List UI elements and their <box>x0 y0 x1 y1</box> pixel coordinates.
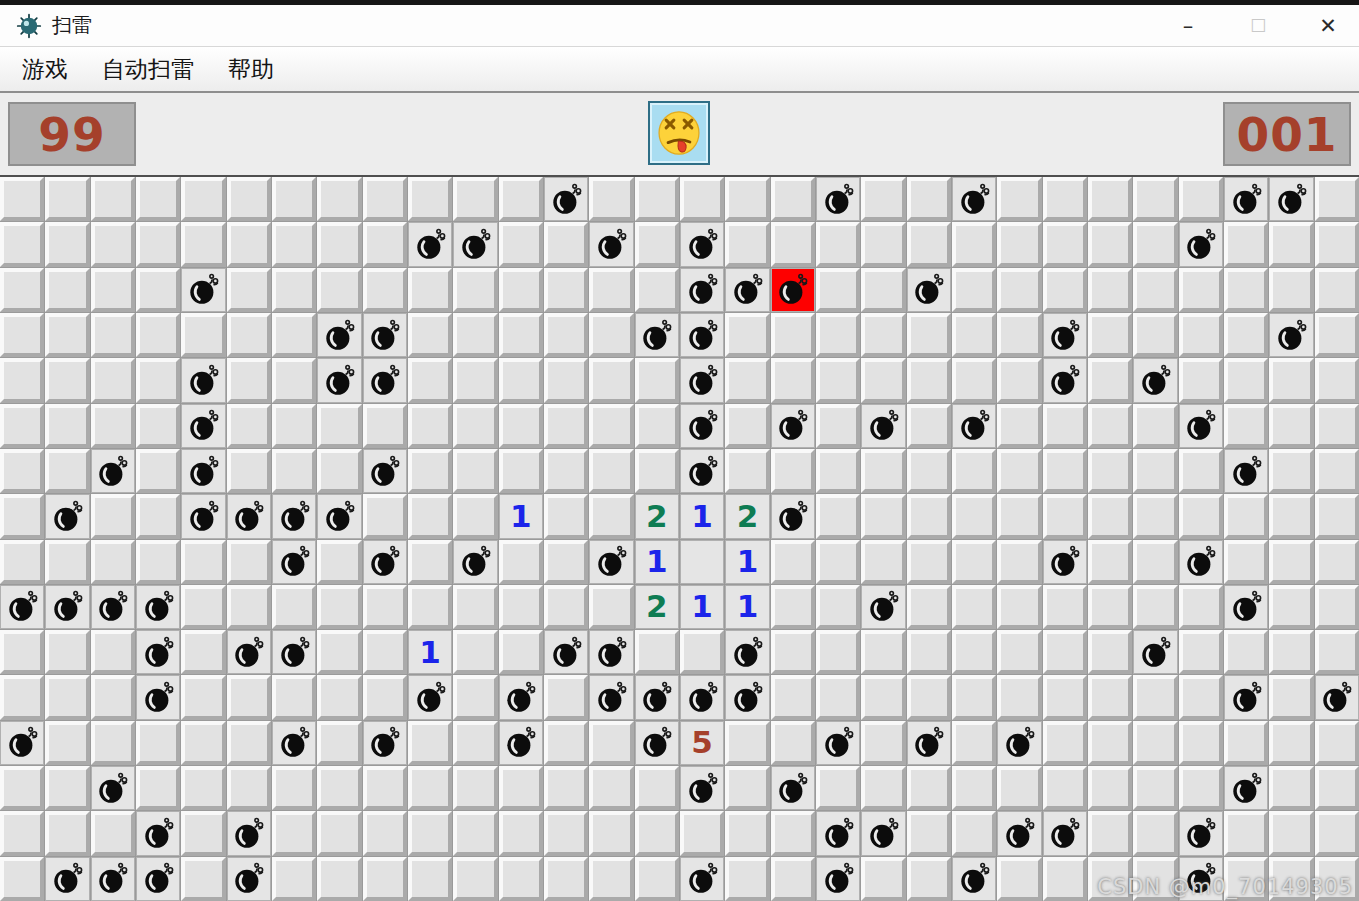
board-cell[interactable] <box>317 721 361 765</box>
board-cell[interactable] <box>1133 177 1177 221</box>
board-cell[interactable] <box>317 811 361 855</box>
board-cell[interactable] <box>408 449 452 493</box>
board-cell[interactable] <box>136 449 180 493</box>
board-cell[interactable] <box>363 449 407 493</box>
board-cell[interactable] <box>0 177 44 221</box>
board-cell[interactable] <box>91 449 135 493</box>
board-cell[interactable] <box>181 675 225 719</box>
board-cell[interactable] <box>907 268 951 312</box>
board-cell[interactable] <box>589 358 633 402</box>
board-cell[interactable] <box>635 857 679 901</box>
board-cell[interactable] <box>363 766 407 810</box>
board-cell[interactable] <box>1043 766 1087 810</box>
board-cell[interactable] <box>363 268 407 312</box>
board-cell[interactable] <box>635 811 679 855</box>
board-cell[interactable] <box>861 358 905 402</box>
board-cell[interactable] <box>1043 675 1087 719</box>
board-cell[interactable] <box>499 585 543 629</box>
board-cell[interactable] <box>1315 177 1359 221</box>
board-cell[interactable] <box>408 540 452 584</box>
board-cell[interactable]: 1 <box>680 585 724 629</box>
board-cell[interactable] <box>1269 630 1313 674</box>
board-cell[interactable] <box>1224 585 1268 629</box>
board-cell[interactable] <box>907 404 951 448</box>
board-cell[interactable] <box>907 494 951 538</box>
board-cell[interactable] <box>1088 449 1132 493</box>
board-cell[interactable] <box>1179 721 1223 765</box>
board-cell[interactable] <box>1269 494 1313 538</box>
board-cell[interactable] <box>91 222 135 266</box>
board-cell[interactable] <box>589 721 633 765</box>
board-cell[interactable] <box>544 585 588 629</box>
board-cell[interactable] <box>725 358 769 402</box>
board-cell[interactable] <box>453 630 497 674</box>
board-cell[interactable] <box>136 675 180 719</box>
board-cell[interactable] <box>1315 675 1359 719</box>
close-button[interactable]: ✕ <box>1305 5 1351 46</box>
board-cell[interactable] <box>227 268 271 312</box>
board-cell[interactable] <box>91 766 135 810</box>
board-cell[interactable] <box>861 494 905 538</box>
board-cell[interactable] <box>1179 630 1223 674</box>
board-cell[interactable] <box>771 449 815 493</box>
board-cell[interactable] <box>136 857 180 901</box>
board-cell[interactable] <box>1088 675 1132 719</box>
board-cell[interactable] <box>816 222 860 266</box>
board-cell[interactable] <box>1043 449 1087 493</box>
board-cell[interactable] <box>1179 811 1223 855</box>
board-cell[interactable] <box>635 222 679 266</box>
board-cell[interactable] <box>453 540 497 584</box>
board-cell[interactable] <box>1133 721 1177 765</box>
board-cell[interactable] <box>589 268 633 312</box>
board-cell[interactable] <box>725 766 769 810</box>
board-cell[interactable] <box>816 358 860 402</box>
board-cell[interactable] <box>544 675 588 719</box>
board-cell[interactable] <box>136 585 180 629</box>
board-cell[interactable] <box>907 811 951 855</box>
board-cell[interactable] <box>317 177 361 221</box>
board-cell[interactable] <box>408 313 452 357</box>
board-cell[interactable] <box>589 449 633 493</box>
board-cell[interactable] <box>725 313 769 357</box>
board-cell[interactable] <box>45 540 89 584</box>
board-cell[interactable] <box>499 313 543 357</box>
board-cell[interactable] <box>1224 222 1268 266</box>
board-cell[interactable] <box>227 585 271 629</box>
board-cell[interactable] <box>997 540 1041 584</box>
board-cell[interactable]: 1 <box>635 540 679 584</box>
board-cell[interactable] <box>0 494 44 538</box>
board-cell[interactable] <box>227 540 271 584</box>
board-cell[interactable] <box>589 811 633 855</box>
board-cell[interactable] <box>45 811 89 855</box>
board-cell[interactable] <box>544 721 588 765</box>
board-cell[interactable] <box>1315 222 1359 266</box>
board-cell[interactable] <box>499 449 543 493</box>
board-cell[interactable] <box>91 811 135 855</box>
board-cell[interactable] <box>317 268 361 312</box>
board-cell[interactable] <box>181 313 225 357</box>
board-cell[interactable] <box>499 721 543 765</box>
board-cell[interactable] <box>1133 404 1177 448</box>
board-cell[interactable] <box>408 857 452 901</box>
board-cell[interactable] <box>0 857 44 901</box>
board-cell[interactable] <box>181 268 225 312</box>
board-cell[interactable] <box>816 585 860 629</box>
board-cell[interactable] <box>1043 177 1087 221</box>
board-cell[interactable] <box>544 313 588 357</box>
board-cell[interactable] <box>589 766 633 810</box>
board-cell[interactable] <box>499 268 543 312</box>
board-cell[interactable] <box>408 721 452 765</box>
board-cell[interactable] <box>1088 494 1132 538</box>
board-cell[interactable] <box>861 721 905 765</box>
board-cell[interactable] <box>997 313 1041 357</box>
board-cell[interactable] <box>45 449 89 493</box>
board-cell[interactable] <box>816 449 860 493</box>
board-cell[interactable] <box>181 585 225 629</box>
board-cell[interactable] <box>363 630 407 674</box>
board-cell[interactable] <box>997 585 1041 629</box>
board-cell[interactable] <box>635 358 679 402</box>
board-cell[interactable] <box>136 358 180 402</box>
board-cell[interactable] <box>816 630 860 674</box>
board-cell[interactable] <box>1088 766 1132 810</box>
board-cell[interactable] <box>1224 268 1268 312</box>
board-cell[interactable] <box>544 540 588 584</box>
board-cell[interactable] <box>227 222 271 266</box>
board-cell[interactable] <box>499 358 543 402</box>
board-cell[interactable] <box>1043 811 1087 855</box>
board-cell[interactable] <box>363 721 407 765</box>
board-cell[interactable] <box>453 811 497 855</box>
board-cell[interactable] <box>1315 404 1359 448</box>
board-cell[interactable] <box>771 268 815 312</box>
board-cell[interactable] <box>1315 766 1359 810</box>
board-cell[interactable] <box>1043 540 1087 584</box>
board-cell[interactable] <box>1315 811 1359 855</box>
board-cell[interactable] <box>997 766 1041 810</box>
board-cell[interactable] <box>181 811 225 855</box>
board-cell[interactable] <box>1269 222 1313 266</box>
board-cell[interactable] <box>816 177 860 221</box>
board-cell[interactable] <box>45 675 89 719</box>
board-cell[interactable] <box>181 721 225 765</box>
board-cell[interactable] <box>1224 404 1268 448</box>
board-cell[interactable] <box>771 313 815 357</box>
board-cell[interactable] <box>1088 222 1132 266</box>
board-cell[interactable] <box>1133 358 1177 402</box>
board-cell[interactable] <box>861 540 905 584</box>
board-cell[interactable] <box>453 358 497 402</box>
board-cell[interactable] <box>544 494 588 538</box>
board-cell[interactable] <box>91 177 135 221</box>
board-cell[interactable] <box>1133 222 1177 266</box>
board-cell[interactable]: 1 <box>499 494 543 538</box>
menu-auto-sweep[interactable]: 自动扫雷 <box>98 52 198 87</box>
board-cell[interactable] <box>1269 313 1313 357</box>
board-cell[interactable] <box>771 675 815 719</box>
board-cell[interactable] <box>45 857 89 901</box>
board-cell[interactable] <box>499 675 543 719</box>
board-cell[interactable] <box>680 540 724 584</box>
board-cell[interactable] <box>952 449 996 493</box>
board-cell[interactable] <box>136 721 180 765</box>
board-cell[interactable] <box>771 857 815 901</box>
board-cell[interactable] <box>453 857 497 901</box>
board-cell[interactable] <box>997 268 1041 312</box>
board-cell[interactable] <box>1315 313 1359 357</box>
board-cell[interactable] <box>408 404 452 448</box>
board-cell[interactable] <box>997 404 1041 448</box>
board-cell[interactable] <box>952 404 996 448</box>
board-cell[interactable] <box>997 675 1041 719</box>
board-cell[interactable] <box>136 811 180 855</box>
board-cell[interactable] <box>181 404 225 448</box>
board-cell[interactable] <box>1088 177 1132 221</box>
board-cell[interactable] <box>408 358 452 402</box>
board-cell[interactable] <box>272 404 316 448</box>
board-cell[interactable] <box>680 630 724 674</box>
board-cell[interactable] <box>952 585 996 629</box>
board-cell[interactable] <box>725 857 769 901</box>
board-cell[interactable] <box>771 177 815 221</box>
board-cell[interactable] <box>363 811 407 855</box>
board-cell[interactable]: 5 <box>680 721 724 765</box>
board-cell[interactable] <box>725 675 769 719</box>
board-cell[interactable] <box>725 449 769 493</box>
board-cell[interactable] <box>771 540 815 584</box>
board-cell[interactable] <box>227 449 271 493</box>
board-cell[interactable] <box>91 675 135 719</box>
board-cell[interactable] <box>181 494 225 538</box>
board-cell[interactable] <box>1179 449 1223 493</box>
board-cell[interactable] <box>907 313 951 357</box>
board-cell[interactable] <box>181 358 225 402</box>
board-cell[interactable] <box>816 494 860 538</box>
board-cell[interactable] <box>1179 766 1223 810</box>
board-cell[interactable] <box>227 313 271 357</box>
board-cell[interactable] <box>952 721 996 765</box>
board-cell[interactable] <box>0 313 44 357</box>
board-cell[interactable] <box>680 857 724 901</box>
board-cell[interactable] <box>317 675 361 719</box>
board-cell[interactable] <box>544 630 588 674</box>
board-cell[interactable] <box>544 268 588 312</box>
board-cell[interactable] <box>544 857 588 901</box>
board-cell[interactable] <box>1224 540 1268 584</box>
board-cell[interactable] <box>1043 721 1087 765</box>
board-cell[interactable] <box>1224 766 1268 810</box>
board-cell[interactable] <box>91 268 135 312</box>
board-cell[interactable] <box>136 222 180 266</box>
board-cell[interactable] <box>1133 675 1177 719</box>
board-cell[interactable] <box>861 404 905 448</box>
board-cell[interactable] <box>589 540 633 584</box>
board-cell[interactable] <box>1269 721 1313 765</box>
board-cell[interactable] <box>91 358 135 402</box>
board-cell[interactable] <box>635 675 679 719</box>
board-cell[interactable] <box>680 222 724 266</box>
board-cell[interactable] <box>363 675 407 719</box>
board-cell[interactable] <box>1133 449 1177 493</box>
face-restart-button[interactable] <box>648 101 710 165</box>
board-cell[interactable] <box>771 585 815 629</box>
board-cell[interactable] <box>1224 721 1268 765</box>
board-cell[interactable] <box>1133 494 1177 538</box>
board-cell[interactable] <box>45 766 89 810</box>
board-cell[interactable] <box>272 222 316 266</box>
board-cell[interactable] <box>91 404 135 448</box>
board-cell[interactable] <box>499 857 543 901</box>
board-cell[interactable] <box>1224 494 1268 538</box>
board-cell[interactable] <box>91 313 135 357</box>
board-cell[interactable] <box>1133 811 1177 855</box>
board-cell[interactable] <box>725 268 769 312</box>
board-cell[interactable] <box>272 721 316 765</box>
board-cell[interactable] <box>181 630 225 674</box>
board-cell[interactable] <box>0 449 44 493</box>
board-cell[interactable] <box>1224 449 1268 493</box>
board-cell[interactable] <box>227 404 271 448</box>
board-cell[interactable] <box>317 857 361 901</box>
board-cell[interactable] <box>272 540 316 584</box>
board-cell[interactable] <box>1179 222 1223 266</box>
board-cell[interactable] <box>771 766 815 810</box>
board-cell[interactable] <box>1043 268 1087 312</box>
board-cell[interactable] <box>816 404 860 448</box>
board-cell[interactable] <box>861 177 905 221</box>
board-cell[interactable] <box>453 404 497 448</box>
board-cell[interactable] <box>816 675 860 719</box>
board-cell[interactable] <box>181 449 225 493</box>
board-cell[interactable] <box>1179 358 1223 402</box>
board-cell[interactable] <box>589 675 633 719</box>
board-cell[interactable] <box>1315 268 1359 312</box>
board-cell[interactable] <box>635 177 679 221</box>
board-cell[interactable] <box>861 222 905 266</box>
board-cell[interactable] <box>725 811 769 855</box>
board-cell[interactable] <box>227 358 271 402</box>
board-cell[interactable] <box>363 313 407 357</box>
board-cell[interactable] <box>0 675 44 719</box>
board-cell[interactable] <box>1269 585 1313 629</box>
board-cell[interactable] <box>1315 585 1359 629</box>
board-cell[interactable] <box>952 494 996 538</box>
board-cell[interactable] <box>499 630 543 674</box>
board-cell[interactable] <box>1088 721 1132 765</box>
board-cell[interactable] <box>1043 222 1087 266</box>
board-cell[interactable] <box>1315 358 1359 402</box>
board-cell[interactable] <box>589 494 633 538</box>
board-cell[interactable] <box>544 222 588 266</box>
board-cell[interactable] <box>816 766 860 810</box>
board-cell[interactable] <box>771 721 815 765</box>
board-cell[interactable] <box>1043 585 1087 629</box>
board-cell[interactable]: 2 <box>635 585 679 629</box>
board-cell[interactable] <box>1088 540 1132 584</box>
board-cell[interactable] <box>725 222 769 266</box>
board-cell[interactable] <box>997 222 1041 266</box>
board-cell[interactable] <box>589 630 633 674</box>
board-cell[interactable] <box>1133 268 1177 312</box>
board-cell[interactable] <box>0 268 44 312</box>
board-cell[interactable] <box>408 268 452 312</box>
board-cell[interactable] <box>861 766 905 810</box>
board-cell[interactable] <box>499 222 543 266</box>
board-cell[interactable] <box>1043 494 1087 538</box>
board-cell[interactable] <box>1133 540 1177 584</box>
board-cell[interactable] <box>861 268 905 312</box>
board-cell[interactable] <box>91 540 135 584</box>
board-cell[interactable] <box>635 313 679 357</box>
board-cell[interactable] <box>680 766 724 810</box>
board-cell[interactable] <box>1179 313 1223 357</box>
board-cell[interactable] <box>363 177 407 221</box>
board-cell[interactable] <box>680 675 724 719</box>
board-cell[interactable] <box>997 494 1041 538</box>
board-cell[interactable] <box>589 222 633 266</box>
board-cell[interactable] <box>317 404 361 448</box>
board-cell[interactable] <box>1315 494 1359 538</box>
board-cell[interactable] <box>136 494 180 538</box>
board-cell[interactable] <box>1043 404 1087 448</box>
board-cell[interactable] <box>136 404 180 448</box>
board-cell[interactable] <box>453 313 497 357</box>
board-cell[interactable] <box>861 857 905 901</box>
board-cell[interactable] <box>363 222 407 266</box>
board-cell[interactable] <box>272 585 316 629</box>
board-cell[interactable] <box>0 766 44 810</box>
board-cell[interactable] <box>1133 766 1177 810</box>
board-cell[interactable] <box>0 630 44 674</box>
board-cell[interactable] <box>272 313 316 357</box>
board-cell[interactable] <box>680 811 724 855</box>
board-cell[interactable] <box>453 177 497 221</box>
minimize-button[interactable]: – <box>1165 5 1211 46</box>
board-cell[interactable] <box>725 630 769 674</box>
board-cell[interactable] <box>1088 358 1132 402</box>
board-cell[interactable] <box>1088 811 1132 855</box>
board-cell[interactable] <box>861 313 905 357</box>
board-cell[interactable] <box>771 404 815 448</box>
board-cell[interactable] <box>1269 540 1313 584</box>
board-cell[interactable] <box>453 494 497 538</box>
board-cell[interactable] <box>45 494 89 538</box>
board-cell[interactable] <box>861 811 905 855</box>
board-cell[interactable] <box>816 268 860 312</box>
board-cell[interactable] <box>907 766 951 810</box>
board-cell[interactable] <box>45 222 89 266</box>
board-cell[interactable] <box>91 585 135 629</box>
board-cell[interactable] <box>272 811 316 855</box>
board-cell[interactable] <box>317 766 361 810</box>
board-cell[interactable] <box>0 811 44 855</box>
board-cell[interactable] <box>907 630 951 674</box>
board-cell[interactable] <box>544 404 588 448</box>
board-cell[interactable] <box>1269 358 1313 402</box>
board-cell[interactable] <box>453 222 497 266</box>
board-cell[interactable] <box>589 585 633 629</box>
menu-game[interactable]: 游戏 <box>18 52 72 87</box>
board-cell[interactable] <box>91 630 135 674</box>
board-cell[interactable] <box>91 721 135 765</box>
board-cell[interactable] <box>363 857 407 901</box>
board-cell[interactable] <box>317 358 361 402</box>
board-cell[interactable] <box>907 857 951 901</box>
board-cell[interactable] <box>181 857 225 901</box>
